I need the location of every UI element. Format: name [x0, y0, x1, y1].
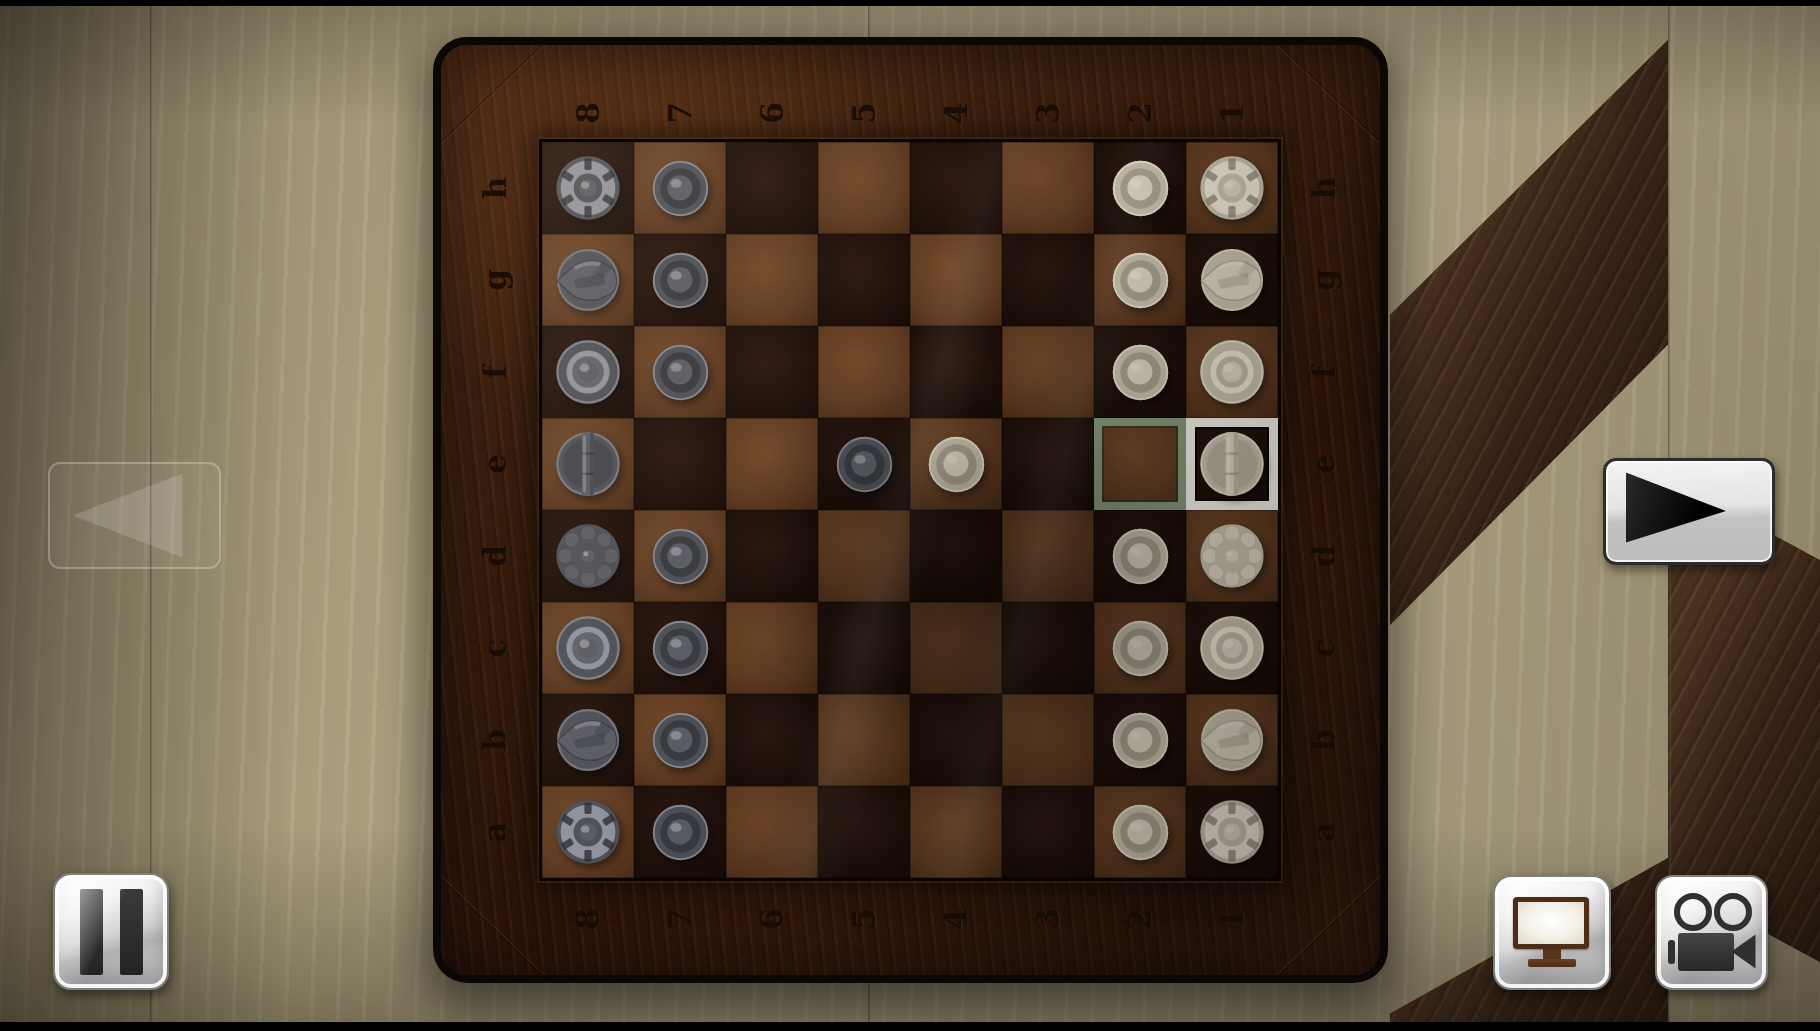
square-b1[interactable]: [1186, 694, 1278, 786]
square-g3[interactable]: [1002, 234, 1094, 326]
coord-left-a: a: [469, 786, 521, 878]
piece-black-pawn: [649, 617, 712, 680]
piece-white-bishop: [1196, 612, 1268, 684]
letterbox-bar: [0, 1022, 1820, 1031]
square-c7[interactable]: [634, 602, 726, 694]
square-d5[interactable]: [818, 510, 910, 602]
coord-top-6: 6: [726, 87, 818, 139]
piece-white-pawn: [1109, 801, 1172, 864]
square-g8[interactable]: [542, 234, 634, 326]
coord-top-2: 2: [1094, 87, 1186, 139]
previous-move-button[interactable]: [48, 462, 221, 569]
square-h3[interactable]: [1002, 142, 1094, 234]
frame-miter: [1278, 45, 1380, 143]
game-screen: 8877665544332211hhggffeeddccbbaa: [0, 0, 1820, 1031]
piece-black-rook: [552, 796, 624, 868]
square-a7[interactable]: [634, 786, 726, 878]
piece-white-pawn: [1109, 157, 1172, 220]
square-d3[interactable]: [1002, 510, 1094, 602]
play-button[interactable]: [1603, 458, 1775, 565]
square-f7[interactable]: [634, 326, 726, 418]
coord-right-e: e: [1298, 418, 1350, 510]
coord-right-a: a: [1298, 786, 1350, 878]
pause-icon: [80, 889, 143, 975]
square-f5[interactable]: [818, 326, 910, 418]
piece-white-pawn: [925, 433, 988, 496]
coord-top-7: 7: [634, 87, 726, 139]
letterbox-bar: [0, 0, 1820, 6]
square-f4[interactable]: [910, 326, 1002, 418]
square-h8[interactable]: [542, 142, 634, 234]
square-e3[interactable]: [1002, 418, 1094, 510]
coord-bottom-2: 2: [1094, 893, 1186, 945]
square-d1[interactable]: [1186, 510, 1278, 602]
square-e5[interactable]: [818, 418, 910, 510]
piece-black-king: [552, 428, 624, 500]
square-f2[interactable]: [1094, 326, 1186, 418]
coord-bottom-8: 8: [542, 893, 634, 945]
frame-miter: [441, 45, 543, 143]
square-g6[interactable]: [726, 234, 818, 326]
board-grid: [542, 142, 1278, 878]
piece-black-rook: [552, 152, 624, 224]
piece-black-bishop: [552, 612, 624, 684]
square-e2[interactable]: [1094, 418, 1186, 510]
square-c2[interactable]: [1094, 602, 1186, 694]
piece-white-pawn: [1109, 525, 1172, 588]
coord-left-g: g: [469, 234, 521, 326]
square-h2[interactable]: [1094, 142, 1186, 234]
piece-black-pawn: [649, 341, 712, 404]
coord-left-h: h: [469, 142, 521, 234]
coord-bottom-1: 1: [1186, 893, 1278, 945]
square-h1[interactable]: [1186, 142, 1278, 234]
coord-right-d: d: [1298, 510, 1350, 602]
coord-bottom-4: 4: [910, 893, 1002, 945]
square-e1[interactable]: [1186, 418, 1278, 510]
coord-top-5: 5: [818, 87, 910, 139]
square-d6[interactable]: [726, 510, 818, 602]
previous-icon: [73, 474, 183, 558]
square-a2[interactable]: [1094, 786, 1186, 878]
square-d7[interactable]: [634, 510, 726, 602]
piece-white-pawn: [1109, 617, 1172, 680]
square-h6[interactable]: [726, 142, 818, 234]
square-e8[interactable]: [542, 418, 634, 510]
monitor-icon: [1513, 897, 1591, 969]
square-c5[interactable]: [818, 602, 910, 694]
piece-white-knight: [1196, 244, 1268, 316]
square-a8[interactable]: [542, 786, 634, 878]
coord-bottom-3: 3: [1002, 893, 1094, 945]
piece-black-pawn: [649, 709, 712, 772]
piece-black-pawn: [649, 525, 712, 588]
square-a4[interactable]: [910, 786, 1002, 878]
square-c8[interactable]: [542, 602, 634, 694]
coord-top-3: 3: [1002, 87, 1094, 139]
coord-right-b: b: [1298, 694, 1350, 786]
piece-black-pawn: [649, 801, 712, 864]
coord-left-c: c: [469, 602, 521, 694]
coord-right-c: c: [1298, 602, 1350, 694]
coord-top-4: 4: [910, 87, 1002, 139]
coord-bottom-5: 5: [818, 893, 910, 945]
square-b8[interactable]: [542, 694, 634, 786]
piece-white-bishop: [1196, 336, 1268, 408]
square-h4[interactable]: [910, 142, 1002, 234]
square-f6[interactable]: [726, 326, 818, 418]
piece-black-bishop: [552, 336, 624, 408]
square-c6[interactable]: [726, 602, 818, 694]
pause-button[interactable]: [53, 873, 169, 990]
coord-bottom-7: 7: [634, 893, 726, 945]
coord-left-b: b: [469, 694, 521, 786]
square-f8[interactable]: [542, 326, 634, 418]
piece-white-pawn: [1109, 709, 1172, 772]
piece-black-knight: [552, 244, 624, 316]
piece-white-rook: [1196, 152, 1268, 224]
coord-left-d: d: [469, 510, 521, 602]
square-g1[interactable]: [1186, 234, 1278, 326]
coord-left-f: f: [469, 326, 521, 418]
square-b6[interactable]: [726, 694, 818, 786]
coord-left-e: e: [469, 418, 521, 510]
square-c4[interactable]: [910, 602, 1002, 694]
coord-right-h: h: [1298, 142, 1350, 234]
square-e6[interactable]: [726, 418, 818, 510]
square-f1[interactable]: [1186, 326, 1278, 418]
piece-white-knight: [1196, 704, 1268, 776]
square-g7[interactable]: [634, 234, 726, 326]
coord-bottom-6: 6: [726, 893, 818, 945]
square-g5[interactable]: [818, 234, 910, 326]
piece-black-knight: [552, 704, 624, 776]
coord-right-f: f: [1298, 326, 1350, 418]
square-e4[interactable]: [910, 418, 1002, 510]
view-monitor-button[interactable]: [1493, 875, 1611, 990]
chess-board: 8877665544332211hhggffeeddccbbaa: [433, 37, 1388, 983]
coord-top-8: 8: [542, 87, 634, 139]
square-a3[interactable]: [1002, 786, 1094, 878]
piece-black-pawn: [649, 157, 712, 220]
square-h5[interactable]: [818, 142, 910, 234]
square-a1[interactable]: [1186, 786, 1278, 878]
square-f3[interactable]: [1002, 326, 1094, 418]
square-b7[interactable]: [634, 694, 726, 786]
piece-black-queen: [552, 520, 624, 592]
piece-white-king: [1196, 428, 1268, 500]
coord-top-1: 1: [1186, 87, 1278, 139]
square-b4[interactable]: [910, 694, 1002, 786]
square-b3[interactable]: [1002, 694, 1094, 786]
square-h7[interactable]: [634, 142, 726, 234]
square-d8[interactable]: [542, 510, 634, 602]
square-e7[interactable]: [634, 418, 726, 510]
square-c1[interactable]: [1186, 602, 1278, 694]
piece-black-pawn: [649, 249, 712, 312]
square-a6[interactable]: [726, 786, 818, 878]
camera-view-button[interactable]: [1655, 875, 1768, 990]
frame-miter: [441, 877, 543, 975]
coord-right-g: g: [1298, 234, 1350, 326]
square-g2[interactable]: [1094, 234, 1186, 326]
piece-white-queen: [1196, 520, 1268, 592]
square-b5[interactable]: [818, 694, 910, 786]
square-d4[interactable]: [910, 510, 1002, 602]
frame-miter: [1278, 877, 1380, 975]
play-icon: [1626, 473, 1726, 543]
square-a5[interactable]: [818, 786, 910, 878]
piece-white-rook: [1196, 796, 1268, 868]
square-d2[interactable]: [1094, 510, 1186, 602]
piece-black-pawn: [833, 433, 896, 496]
square-c3[interactable]: [1002, 602, 1094, 694]
square-g4[interactable]: [910, 234, 1002, 326]
square-b2[interactable]: [1094, 694, 1186, 786]
piece-white-pawn: [1109, 249, 1172, 312]
piece-white-pawn: [1109, 341, 1172, 404]
video-camera-icon: [1668, 893, 1756, 973]
